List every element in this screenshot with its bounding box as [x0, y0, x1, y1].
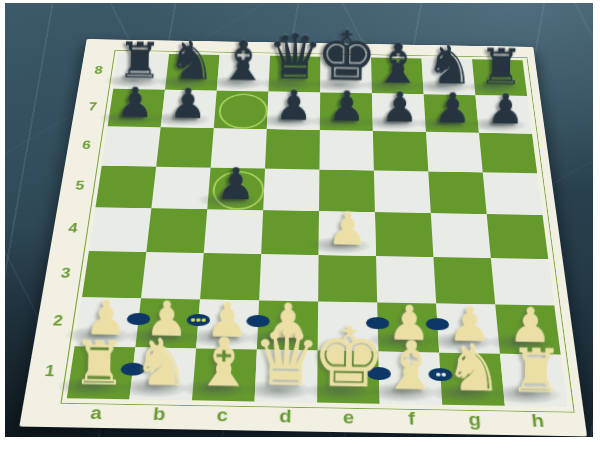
- square-c4[interactable]: [204, 209, 263, 254]
- black-pawn-d7-piece[interactable]: ♟: [275, 84, 313, 126]
- square-e4[interactable]: ♟: [319, 211, 376, 256]
- square-d4[interactable]: [261, 210, 319, 255]
- square-d7[interactable]: ♟: [267, 92, 320, 130]
- square-b1[interactable]: ♞: [129, 347, 196, 400]
- rank-label-5: 5: [58, 165, 102, 207]
- square-h4[interactable]: [487, 214, 549, 259]
- square-f4[interactable]: [375, 212, 434, 257]
- square-e1[interactable]: ♚: [317, 351, 380, 404]
- rank-label-8: 8: [78, 53, 118, 89]
- square-g6[interactable]: [426, 132, 483, 173]
- square-b4[interactable]: [146, 208, 207, 253]
- file-label-e: e: [317, 403, 381, 433]
- square-g5[interactable]: [428, 171, 486, 214]
- black-pawn-f7-piece[interactable]: ♟: [381, 86, 419, 128]
- marker-dot: [191, 318, 196, 322]
- square-e6[interactable]: [319, 130, 373, 170]
- square-h6[interactable]: [479, 133, 537, 174]
- square-h5[interactable]: [483, 172, 543, 215]
- square-g4[interactable]: [431, 213, 491, 258]
- square-e7[interactable]: ♟: [320, 92, 373, 130]
- file-label-g: g: [442, 405, 507, 435]
- square-b6[interactable]: [156, 127, 214, 167]
- black-pawn-a7-piece[interactable]: ♟: [116, 81, 154, 123]
- file-label-c: c: [190, 400, 255, 430]
- white-bishop-f1-piece[interactable]: ♝: [381, 332, 442, 400]
- rank-label-4: 4: [50, 207, 96, 251]
- board-squares: ♜♞♝♛♚♝♞♜♟♟♟♟♟♟♟♟♟♟♟♟♟♟♟♟♜♞♝♛♚♝♞♜: [67, 53, 568, 407]
- black-pawn-e7-piece[interactable]: ♟: [328, 85, 366, 127]
- white-rook-a1-piece[interactable]: ♜: [72, 333, 127, 394]
- square-b7[interactable]: ♟: [161, 90, 217, 128]
- square-d1[interactable]: ♛: [255, 349, 318, 402]
- marker-dot: [196, 318, 201, 322]
- square-d6[interactable]: [265, 129, 320, 169]
- board-3d-wrapper: ♜♞♝♛♚♝♞♜♟♟♟♟♟♟♟♟♟♟♟♟♟♟♟♟♜♞♝♛♚♝♞♜ abcdefg…: [19, 39, 587, 436]
- black-pawn-b7-piece[interactable]: ♟: [169, 82, 207, 124]
- square-a1[interactable]: ♜: [67, 346, 136, 399]
- white-knight-b1-piece[interactable]: ♞: [132, 330, 191, 396]
- square-d5[interactable]: [263, 169, 319, 212]
- black-pawn-g7-piece[interactable]: ♟: [434, 87, 472, 129]
- rank-label-6: 6: [65, 126, 108, 166]
- table-surface: ♜♞♝♛♚♝♞♜♟♟♟♟♟♟♟♟♟♟♟♟♟♟♟♟♜♞♝♛♚♝♞♜ abcdefg…: [5, 3, 593, 437]
- square-g7[interactable]: ♟: [424, 94, 479, 133]
- square-f1[interactable]: ♝: [378, 352, 442, 405]
- square-e3[interactable]: [318, 255, 377, 302]
- chess-board: ♜♞♝♛♚♝♞♜♟♟♟♟♟♟♟♟♟♟♟♟♟♟♟♟♜♞♝♛♚♝♞♜ abcdefg…: [19, 39, 587, 436]
- file-label-f: f: [380, 404, 444, 434]
- rank-label-3: 3: [42, 250, 89, 297]
- rank-label-7: 7: [72, 88, 114, 126]
- file-label-h: h: [505, 406, 571, 436]
- square-c5[interactable]: ♟: [207, 168, 265, 211]
- square-h7[interactable]: ♟: [475, 95, 532, 134]
- black-pawn-h7-piece[interactable]: ♟: [486, 88, 524, 130]
- white-king-e1-piece[interactable]: ♚: [311, 315, 386, 399]
- square-a4[interactable]: [89, 207, 151, 252]
- black-king-e8-piece[interactable]: ♚: [315, 21, 377, 90]
- square-h1[interactable]: ♜: [500, 354, 568, 407]
- square-f6[interactable]: [373, 131, 428, 171]
- file-label-d: d: [253, 401, 317, 431]
- square-a5[interactable]: [95, 166, 156, 208]
- black-bishop-c8-piece[interactable]: ♝: [218, 32, 269, 88]
- square-c8[interactable]: ♝: [217, 55, 270, 92]
- file-label-a: a: [62, 398, 129, 428]
- file-label-b: b: [126, 399, 192, 429]
- white-bishop-c1-piece[interactable]: ♝: [194, 329, 255, 397]
- square-f5[interactable]: [374, 170, 431, 213]
- white-pawn-e4-piece[interactable]: ♟: [327, 206, 368, 252]
- square-f7[interactable]: ♟: [372, 93, 426, 132]
- square-c1[interactable]: ♝: [192, 348, 257, 401]
- square-a6[interactable]: [102, 126, 161, 166]
- square-g1[interactable]: ♞: [439, 353, 505, 406]
- white-rook-h1-piece[interactable]: ♜: [509, 341, 564, 402]
- white-knight-g1-piece[interactable]: ♞: [444, 335, 503, 401]
- black-pawn-c5-piece[interactable]: ♟: [216, 162, 256, 206]
